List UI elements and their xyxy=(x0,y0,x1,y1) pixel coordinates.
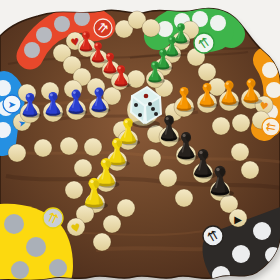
track-cell xyxy=(117,199,135,217)
blue-start-badge: ➤ xyxy=(3,95,21,113)
track-cell xyxy=(8,144,26,162)
track-cell xyxy=(212,117,230,135)
track-cell xyxy=(34,139,52,157)
track-cell xyxy=(74,159,92,177)
die[interactable] xyxy=(131,87,161,128)
die-pip xyxy=(144,94,149,99)
red-home-cell xyxy=(54,16,70,32)
track-cell xyxy=(142,19,160,37)
yellow-start-badge: ⇈ xyxy=(43,208,63,228)
track-cell xyxy=(65,181,83,199)
track-cell xyxy=(103,215,121,233)
track-cell xyxy=(93,233,111,251)
track-cell xyxy=(232,114,250,132)
track-cell xyxy=(60,137,78,155)
green-home-cell xyxy=(210,15,226,31)
orange-start-badge: ⇈ xyxy=(262,118,280,136)
ludo-board-photo: ♥♥♥➤▶⇈⇈➤⇈⇈⇈ xyxy=(0,0,280,280)
yellow-home-cell xyxy=(26,237,46,257)
die-pip xyxy=(138,113,142,117)
red-start-badge: ⇈ xyxy=(94,19,112,37)
black-home-cell xyxy=(253,222,271,240)
ludo-board: ♥♥♥➤▶⇈⇈➤⇈⇈⇈ xyxy=(0,0,280,280)
green-start-badge: ⇈ xyxy=(194,33,214,53)
yellow-home-cell xyxy=(11,261,29,279)
yellow-home-cell xyxy=(4,214,24,234)
track-cell xyxy=(159,169,177,187)
die-pip xyxy=(151,107,155,111)
die-pip xyxy=(134,103,138,107)
black-home-cell xyxy=(232,245,250,263)
die-pip xyxy=(154,112,158,116)
track-cell xyxy=(198,63,216,81)
track-cell xyxy=(143,149,161,167)
die-pip xyxy=(148,102,152,106)
red-home-cell xyxy=(36,27,52,43)
red-start-heart-icon: ♥ xyxy=(70,36,81,48)
blue-double-arrow-icon: ➤ xyxy=(8,99,16,110)
track-cell xyxy=(84,138,102,156)
yellow-home-cell xyxy=(49,259,67,277)
black-start-badge: ⇈ xyxy=(203,226,223,246)
black-start-arrow-icon: ▶ xyxy=(234,214,242,225)
track-cell xyxy=(175,189,193,207)
track-cell xyxy=(231,143,249,161)
track-cell xyxy=(241,161,259,179)
red-home-cell xyxy=(24,42,40,58)
